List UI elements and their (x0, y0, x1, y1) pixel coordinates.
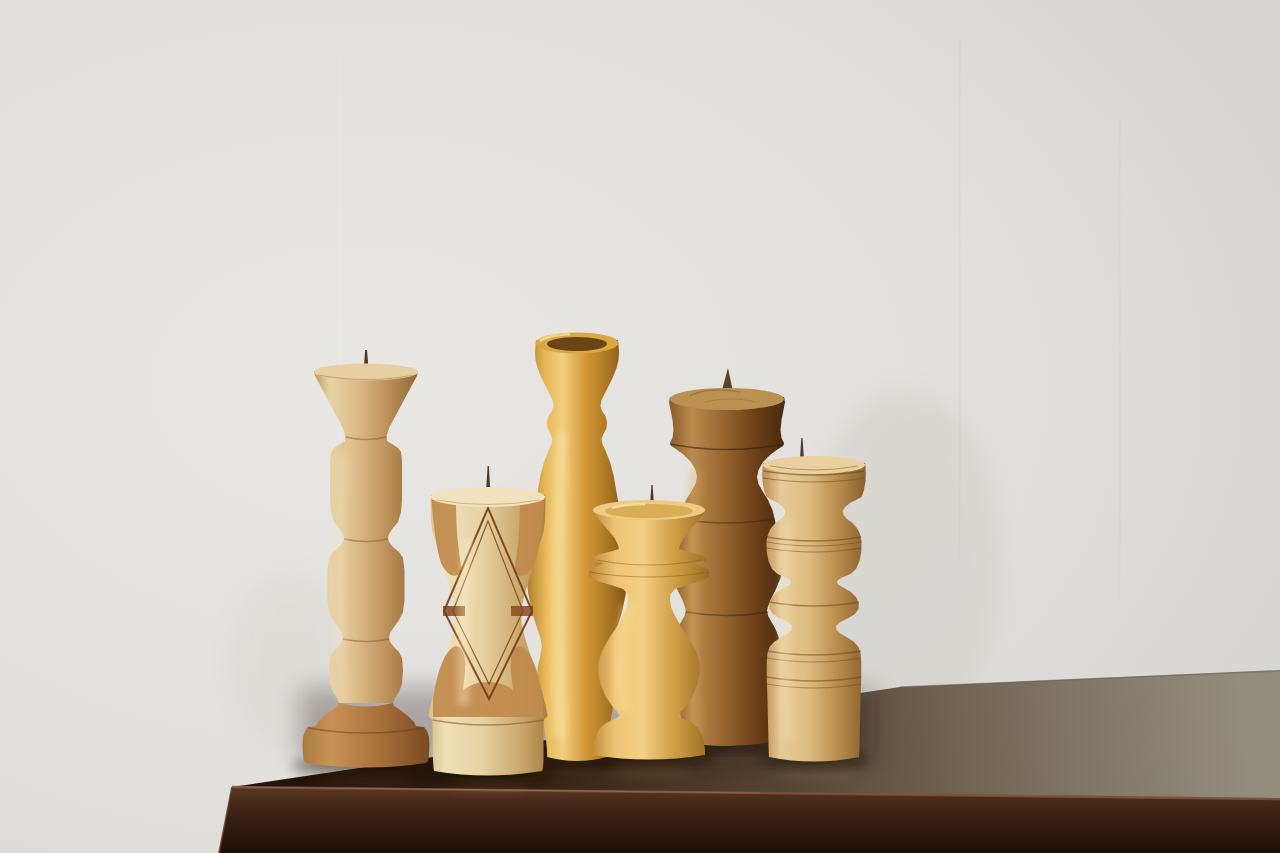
cup-top (763, 456, 865, 474)
scene-canvas (0, 0, 1280, 853)
candlestick-photo (0, 0, 1280, 853)
cup-hollow (547, 337, 607, 351)
candlestick-6 (762, 438, 866, 762)
cup-top (314, 364, 418, 381)
